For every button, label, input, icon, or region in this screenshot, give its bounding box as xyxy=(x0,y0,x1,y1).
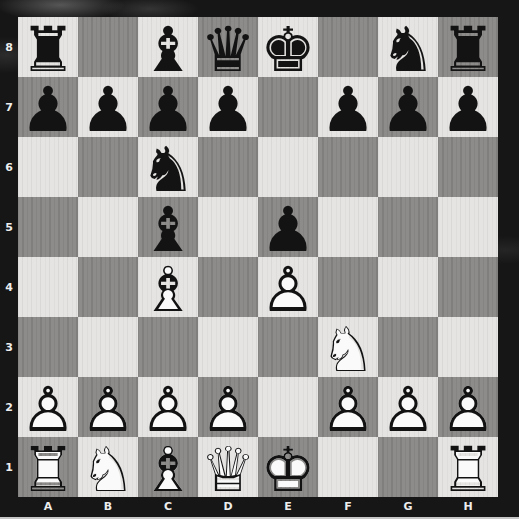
square-b2[interactable]: ♟♙ xyxy=(78,377,138,437)
square-g4[interactable] xyxy=(378,257,438,317)
square-e7[interactable] xyxy=(258,77,318,137)
square-a7[interactable]: ♟ xyxy=(18,77,78,137)
white-pawn-outline-icon: ♙ xyxy=(198,380,258,440)
piece-black-rook[interactable]: ♜ xyxy=(438,17,498,77)
piece-white-knight[interactable]: ♞♘ xyxy=(318,317,378,377)
square-a6[interactable] xyxy=(18,137,78,197)
square-d1[interactable]: ♛♕ xyxy=(198,437,258,497)
square-d8[interactable]: ♛ xyxy=(198,17,258,77)
square-d2[interactable]: ♟♙ xyxy=(198,377,258,437)
piece-black-pawn[interactable]: ♟ xyxy=(138,77,198,137)
square-h2[interactable]: ♟♙ xyxy=(438,377,498,437)
square-f6[interactable] xyxy=(318,137,378,197)
piece-black-pawn[interactable]: ♟ xyxy=(198,77,258,137)
square-c8[interactable]: ♝ xyxy=(138,17,198,77)
black-rook-icon: ♜ xyxy=(18,20,78,80)
black-pawn-icon: ♟ xyxy=(318,80,378,140)
white-pawn-outline-icon: ♙ xyxy=(378,380,438,440)
piece-white-rook[interactable]: ♜♖ xyxy=(18,437,78,497)
square-a2[interactable]: ♟♙ xyxy=(18,377,78,437)
square-g8[interactable]: ♞ xyxy=(378,17,438,77)
white-pawn-outline-icon: ♙ xyxy=(78,380,138,440)
piece-white-bishop[interactable]: ♝♗ xyxy=(138,437,198,497)
rank-label-7: 7 xyxy=(0,77,18,137)
white-queen-outline-icon: ♕ xyxy=(198,440,258,500)
square-c5[interactable]: ♝ xyxy=(138,197,198,257)
white-knight-outline-icon: ♘ xyxy=(78,440,138,500)
piece-black-bishop[interactable]: ♝ xyxy=(138,197,198,257)
black-pawn-icon: ♟ xyxy=(378,80,438,140)
square-b4[interactable] xyxy=(78,257,138,317)
square-f1[interactable] xyxy=(318,437,378,497)
black-pawn-icon: ♟ xyxy=(18,80,78,140)
white-king-outline-icon: ♔ xyxy=(258,440,318,500)
square-h8[interactable]: ♜ xyxy=(438,17,498,77)
square-e5[interactable]: ♟ xyxy=(258,197,318,257)
square-f4[interactable] xyxy=(318,257,378,317)
square-a5[interactable] xyxy=(18,197,78,257)
square-d6[interactable] xyxy=(198,137,258,197)
piece-black-queen[interactable]: ♛ xyxy=(198,17,258,77)
white-pawn-outline-icon: ♙ xyxy=(138,380,198,440)
piece-white-queen[interactable]: ♛♕ xyxy=(198,437,258,497)
square-h1[interactable]: ♜♖ xyxy=(438,437,498,497)
square-c1[interactable]: ♝♗ xyxy=(138,437,198,497)
board-grid: ♜♝♛♚♞♜♟♟♟♟♟♟♟♞♝♟♝♗♟♙♞♘♟♙♟♙♟♙♟♙♟♙♟♙♟♙♜♖♞♘… xyxy=(18,17,498,497)
square-a4[interactable] xyxy=(18,257,78,317)
square-e1[interactable]: ♚♔ xyxy=(258,437,318,497)
white-pawn-outline-icon: ♙ xyxy=(18,380,78,440)
piece-black-pawn[interactable]: ♟ xyxy=(258,197,318,257)
white-pawn-outline-icon: ♙ xyxy=(258,260,318,320)
black-pawn-icon: ♟ xyxy=(138,80,198,140)
file-label-g: G xyxy=(378,497,438,519)
black-pawn-icon: ♟ xyxy=(78,80,138,140)
square-f3[interactable]: ♞♘ xyxy=(318,317,378,377)
piece-white-knight[interactable]: ♞♘ xyxy=(78,437,138,497)
rank-label-5: 5 xyxy=(0,197,18,257)
black-bishop-icon: ♝ xyxy=(138,20,198,80)
piece-white-pawn[interactable]: ♟♙ xyxy=(258,257,318,317)
white-rook-outline-icon: ♖ xyxy=(18,440,78,500)
piece-white-king[interactable]: ♚♔ xyxy=(258,437,318,497)
square-g6[interactable] xyxy=(378,137,438,197)
square-g2[interactable]: ♟♙ xyxy=(378,377,438,437)
piece-white-pawn[interactable]: ♟♙ xyxy=(138,377,198,437)
square-c7[interactable]: ♟ xyxy=(138,77,198,137)
piece-white-pawn[interactable]: ♟♙ xyxy=(18,377,78,437)
piece-white-pawn[interactable]: ♟♙ xyxy=(318,377,378,437)
chess-board-diagram: 87654321 ABCDEFGH ♜♝♛♚♞♜♟♟♟♟♟♟♟♞♝♟♝♗♟♙♞♘… xyxy=(0,0,519,519)
piece-black-pawn[interactable]: ♟ xyxy=(438,77,498,137)
square-a8[interactable]: ♜ xyxy=(18,17,78,77)
rank-labels: 87654321 xyxy=(0,17,18,497)
square-e4[interactable]: ♟♙ xyxy=(258,257,318,317)
white-bishop-outline-icon: ♗ xyxy=(138,440,198,500)
black-knight-icon: ♞ xyxy=(378,20,438,80)
square-b8[interactable] xyxy=(78,17,138,77)
black-pawn-icon: ♟ xyxy=(198,80,258,140)
piece-black-knight[interactable]: ♞ xyxy=(138,137,198,197)
piece-black-king[interactable]: ♚ xyxy=(258,17,318,77)
piece-black-pawn[interactable]: ♟ xyxy=(18,77,78,137)
file-label-f: F xyxy=(318,497,378,519)
square-b3[interactable] xyxy=(78,317,138,377)
piece-black-bishop[interactable]: ♝ xyxy=(138,17,198,77)
piece-white-pawn[interactable]: ♟♙ xyxy=(78,377,138,437)
piece-black-rook[interactable]: ♜ xyxy=(18,17,78,77)
square-f7[interactable]: ♟ xyxy=(318,77,378,137)
piece-white-rook[interactable]: ♜♖ xyxy=(438,437,498,497)
piece-black-pawn[interactable]: ♟ xyxy=(378,77,438,137)
black-rook-icon: ♜ xyxy=(438,20,498,80)
square-g7[interactable]: ♟ xyxy=(378,77,438,137)
square-d5[interactable] xyxy=(198,197,258,257)
square-e6[interactable] xyxy=(258,137,318,197)
square-h7[interactable]: ♟ xyxy=(438,77,498,137)
piece-black-pawn[interactable]: ♟ xyxy=(318,77,378,137)
square-b5[interactable] xyxy=(78,197,138,257)
square-c4[interactable]: ♝♗ xyxy=(138,257,198,317)
black-knight-icon: ♞ xyxy=(138,140,198,200)
black-king-icon: ♚ xyxy=(258,20,318,80)
square-a3[interactable] xyxy=(18,317,78,377)
square-g3[interactable] xyxy=(378,317,438,377)
square-f8[interactable] xyxy=(318,17,378,77)
rank-label-6: 6 xyxy=(0,137,18,197)
square-e3[interactable] xyxy=(258,317,318,377)
square-g5[interactable] xyxy=(378,197,438,257)
white-knight-outline-icon: ♘ xyxy=(318,320,378,380)
square-b7[interactable]: ♟ xyxy=(78,77,138,137)
square-h5[interactable] xyxy=(438,197,498,257)
black-queen-icon: ♛ xyxy=(198,20,258,80)
square-e8[interactable]: ♚ xyxy=(258,17,318,77)
square-e2[interactable] xyxy=(258,377,318,437)
rank-label-8: 8 xyxy=(0,17,18,77)
square-d4[interactable] xyxy=(198,257,258,317)
square-h4[interactable] xyxy=(438,257,498,317)
white-bishop-outline-icon: ♗ xyxy=(138,260,198,320)
square-b6[interactable] xyxy=(78,137,138,197)
black-bishop-icon: ♝ xyxy=(138,200,198,260)
square-d7[interactable]: ♟ xyxy=(198,77,258,137)
white-rook-outline-icon: ♖ xyxy=(438,440,498,500)
piece-white-pawn[interactable]: ♟♙ xyxy=(438,377,498,437)
square-c2[interactable]: ♟♙ xyxy=(138,377,198,437)
square-b1[interactable]: ♞♘ xyxy=(78,437,138,497)
square-f5[interactable] xyxy=(318,197,378,257)
white-pawn-outline-icon: ♙ xyxy=(438,380,498,440)
rank-label-1: 1 xyxy=(0,437,18,497)
piece-black-knight[interactable]: ♞ xyxy=(378,17,438,77)
piece-white-pawn[interactable]: ♟♙ xyxy=(378,377,438,437)
square-h6[interactable] xyxy=(438,137,498,197)
rank-label-4: 4 xyxy=(0,257,18,317)
piece-white-pawn[interactable]: ♟♙ xyxy=(198,377,258,437)
piece-black-pawn[interactable]: ♟ xyxy=(78,77,138,137)
square-g1[interactable] xyxy=(378,437,438,497)
square-f2[interactable]: ♟♙ xyxy=(318,377,378,437)
black-pawn-icon: ♟ xyxy=(438,80,498,140)
square-c3[interactable] xyxy=(138,317,198,377)
black-pawn-icon: ♟ xyxy=(258,200,318,260)
square-d3[interactable] xyxy=(198,317,258,377)
white-pawn-outline-icon: ♙ xyxy=(318,380,378,440)
square-h3[interactable] xyxy=(438,317,498,377)
rank-label-2: 2 xyxy=(0,377,18,437)
piece-white-bishop[interactable]: ♝♗ xyxy=(138,257,198,317)
square-a1[interactable]: ♜♖ xyxy=(18,437,78,497)
square-c6[interactable]: ♞ xyxy=(138,137,198,197)
rank-label-3: 3 xyxy=(0,317,18,377)
